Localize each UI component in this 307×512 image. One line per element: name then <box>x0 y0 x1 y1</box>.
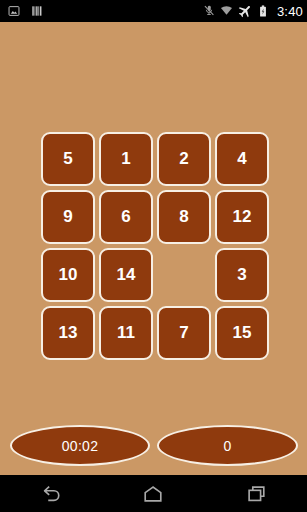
tile[interactable]: 13 <box>41 306 95 360</box>
tile[interactable]: 10 <box>41 248 95 302</box>
home-button[interactable] <box>102 483 204 505</box>
tile[interactable]: 7 <box>157 306 211 360</box>
tile[interactable]: 5 <box>41 132 95 186</box>
status-bar-notifications <box>7 4 44 18</box>
tile[interactable]: 2 <box>157 132 211 186</box>
recents-icon <box>245 483 267 505</box>
timer-display: 00:02 <box>10 425 150 466</box>
recents-button[interactable] <box>205 483 307 505</box>
mic-muted-icon <box>202 4 216 18</box>
battery-charging-icon <box>256 3 270 19</box>
tile[interactable]: 8 <box>157 190 211 244</box>
back-button[interactable] <box>0 483 102 505</box>
moves-value: 0 <box>223 438 231 454</box>
tile[interactable]: 9 <box>41 190 95 244</box>
phone-screen: 3:40 5 1 2 4 9 6 8 12 10 14 3 13 11 7 15… <box>0 0 307 512</box>
status-bar-system-icons: 3:40 <box>202 3 303 19</box>
tile[interactable]: 15 <box>215 306 269 360</box>
airplane-mode-icon <box>237 3 253 19</box>
tile[interactable]: 11 <box>99 306 153 360</box>
barcode-notification-icon <box>30 4 44 18</box>
moves-display: 0 <box>157 425 298 466</box>
tile[interactable]: 4 <box>215 132 269 186</box>
puzzle-board: 5 1 2 4 9 6 8 12 10 14 3 13 11 7 15 <box>41 132 269 360</box>
tile[interactable]: 12 <box>215 190 269 244</box>
tile[interactable]: 1 <box>99 132 153 186</box>
tile[interactable]: 3 <box>215 248 269 302</box>
wifi-icon <box>219 4 234 18</box>
screenshot-notification-icon <box>7 4 21 18</box>
home-icon <box>141 483 165 505</box>
tile[interactable]: 6 <box>99 190 153 244</box>
timer-value: 00:02 <box>62 438 99 454</box>
empty-cell <box>157 248 211 302</box>
status-time: 3:40 <box>277 4 303 19</box>
back-icon <box>40 483 62 505</box>
tile[interactable]: 14 <box>99 248 153 302</box>
status-bar: 3:40 <box>0 0 307 22</box>
nav-bar <box>0 475 307 512</box>
